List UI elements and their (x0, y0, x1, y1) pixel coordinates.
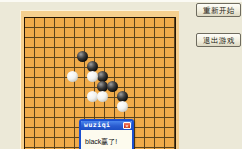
dialog-body: black赢了! (81, 130, 132, 149)
restart-button[interactable]: 重新开始 (196, 3, 241, 17)
white-stone (67, 71, 78, 82)
black-stone (77, 51, 88, 62)
win-dialog: wuziqi × black赢了! (79, 119, 134, 149)
window-top-edge (0, 0, 242, 2)
black-stone (107, 81, 118, 92)
white-stone (117, 101, 128, 112)
dialog-title-bar[interactable]: wuziqi × (81, 121, 132, 130)
close-icon[interactable]: × (123, 122, 131, 129)
dialog-message: black赢了! (85, 137, 117, 147)
game-window: 重新开始 退出游戏 wuziqi × black赢了! (0, 0, 242, 149)
exit-game-button[interactable]: 退出游戏 (196, 33, 241, 47)
white-stone (87, 71, 98, 82)
white-stone (97, 91, 108, 102)
dialog-title: wuziqi (84, 121, 110, 130)
